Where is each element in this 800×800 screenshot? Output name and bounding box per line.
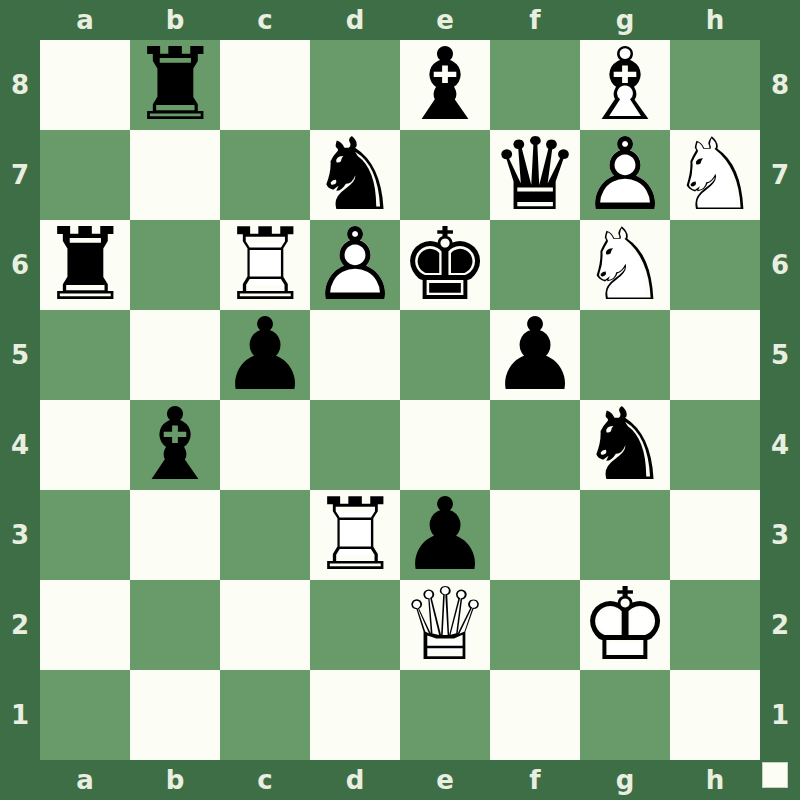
file-label-g: g (580, 760, 670, 800)
square-h1[interactable] (670, 670, 760, 760)
file-label-f: f (490, 760, 580, 800)
square-c1[interactable] (220, 670, 310, 760)
rank-label-7: 7 (760, 130, 800, 220)
square-f2[interactable] (490, 580, 580, 670)
square-f5[interactable]: ♟ (490, 310, 580, 400)
rank-label-4: 4 (0, 400, 40, 490)
square-b1[interactable] (130, 670, 220, 760)
square-a8[interactable] (40, 40, 130, 130)
square-e2[interactable]: ♛♕ (400, 580, 490, 670)
square-f7[interactable]: ♛ (490, 130, 580, 220)
square-h5[interactable] (670, 310, 760, 400)
square-h2[interactable] (670, 580, 760, 670)
rank-label-4: 4 (760, 400, 800, 490)
square-e6[interactable]: ♚ (400, 220, 490, 310)
square-h4[interactable] (670, 400, 760, 490)
rank-label-5: 5 (760, 310, 800, 400)
file-label-c: c (220, 760, 310, 800)
square-h7[interactable]: ♞♘ (670, 130, 760, 220)
square-b2[interactable] (130, 580, 220, 670)
square-b7[interactable] (130, 130, 220, 220)
square-f4[interactable] (490, 400, 580, 490)
square-c3[interactable] (220, 490, 310, 580)
black-bishop: ♝ (130, 400, 220, 490)
square-e8[interactable]: ♝ (400, 40, 490, 130)
square-b3[interactable] (130, 490, 220, 580)
rank-label-3: 3 (760, 490, 800, 580)
file-label-h: h (670, 0, 760, 40)
square-g2[interactable]: ♚♔ (580, 580, 670, 670)
chess-board: ♜♝♝♗♞♛♟♙♞♘♜♜♖♟♙♚♞♘♟♟♝♞♜♖♟♛♕♚♔ (40, 40, 760, 760)
rank-labels-right: 87654321 (760, 40, 800, 760)
square-g1[interactable] (580, 670, 670, 760)
rank-label-7: 7 (0, 130, 40, 220)
file-labels-bottom: abcdefgh (40, 760, 760, 800)
white-knight: ♞♘ (580, 220, 670, 310)
chess-diagram: abcdefgh 87654321 ♜♝♝♗♞♛♟♙♞♘♜♜♖♟♙♚♞♘♟♟♝♞… (0, 0, 800, 800)
black-queen: ♛ (490, 130, 580, 220)
rank-label-2: 2 (0, 580, 40, 670)
rank-label-8: 8 (0, 40, 40, 130)
black-rook: ♜ (40, 220, 130, 310)
square-d1[interactable] (310, 670, 400, 760)
rank-labels-left: 87654321 (0, 40, 40, 760)
square-h6[interactable] (670, 220, 760, 310)
file-label-d: d (310, 760, 400, 800)
file-label-e: e (400, 760, 490, 800)
file-label-f: f (490, 0, 580, 40)
rank-label-1: 1 (0, 670, 40, 760)
file-label-d: d (310, 0, 400, 40)
square-a2[interactable] (40, 580, 130, 670)
rank-label-5: 5 (0, 310, 40, 400)
side-to-move-indicator (762, 762, 788, 788)
black-knight: ♞ (580, 400, 670, 490)
file-label-a: a (40, 0, 130, 40)
rank-label-2: 2 (760, 580, 800, 670)
square-c4[interactable] (220, 400, 310, 490)
square-d5[interactable] (310, 310, 400, 400)
rank-label-6: 6 (760, 220, 800, 310)
square-b4[interactable]: ♝ (130, 400, 220, 490)
rank-label-6: 6 (0, 220, 40, 310)
black-bishop: ♝ (400, 40, 490, 130)
square-g4[interactable]: ♞ (580, 400, 670, 490)
square-a4[interactable] (40, 400, 130, 490)
square-b6[interactable] (130, 220, 220, 310)
square-c2[interactable] (220, 580, 310, 670)
black-pawn: ♟ (220, 310, 310, 400)
square-a1[interactable] (40, 670, 130, 760)
square-f1[interactable] (490, 670, 580, 760)
square-c8[interactable] (220, 40, 310, 130)
file-label-b: b (130, 760, 220, 800)
square-e5[interactable] (400, 310, 490, 400)
square-a5[interactable] (40, 310, 130, 400)
square-d2[interactable] (310, 580, 400, 670)
square-e1[interactable] (400, 670, 490, 760)
square-d3[interactable]: ♜♖ (310, 490, 400, 580)
square-f3[interactable] (490, 490, 580, 580)
square-g6[interactable]: ♞♘ (580, 220, 670, 310)
black-rook: ♜ (130, 40, 220, 130)
rank-label-8: 8 (760, 40, 800, 130)
square-c5[interactable]: ♟ (220, 310, 310, 400)
square-a6[interactable]: ♜ (40, 220, 130, 310)
white-pawn: ♟♙ (310, 220, 400, 310)
file-label-c: c (220, 0, 310, 40)
white-knight: ♞♘ (670, 130, 760, 220)
white-rook: ♜♖ (310, 490, 400, 580)
black-pawn: ♟ (490, 310, 580, 400)
white-queen: ♛♕ (400, 580, 490, 670)
square-b8[interactable]: ♜ (130, 40, 220, 130)
file-label-h: h (670, 760, 760, 800)
file-label-a: a (40, 760, 130, 800)
rank-label-1: 1 (760, 670, 800, 760)
rank-label-3: 3 (0, 490, 40, 580)
square-h3[interactable] (670, 490, 760, 580)
square-d6[interactable]: ♟♙ (310, 220, 400, 310)
black-king: ♚ (400, 220, 490, 310)
white-king: ♚♔ (580, 580, 670, 670)
square-a3[interactable] (40, 490, 130, 580)
